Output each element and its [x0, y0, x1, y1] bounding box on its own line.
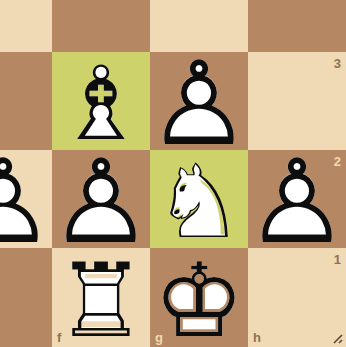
white-king-g1[interactable]: ♚ ♔ [150, 248, 248, 347]
square-g2[interactable]: ♞ ♘ [150, 150, 248, 248]
white-rook-outline: ♖ [52, 248, 150, 347]
square-h4[interactable] [248, 0, 346, 52]
white-pawn-outline: ♙ [52, 150, 150, 248]
rank-label-1: 1 [334, 252, 341, 267]
square-f1[interactable]: ♜ ♖ f [52, 248, 150, 347]
square-e2[interactable]: ♟ ♙ [0, 150, 52, 248]
square-h1[interactable]: 1 h [248, 248, 346, 347]
square-g3[interactable]: ♟ ♙ [150, 52, 248, 150]
white-pawn-h2[interactable]: ♟ ♙ [248, 150, 346, 248]
square-g1[interactable]: ♚ ♔ g [150, 248, 248, 347]
white-knight-g2[interactable]: ♞ ♘ [150, 150, 248, 248]
square-e1[interactable] [0, 248, 52, 347]
file-label-h: h [253, 330, 261, 345]
white-pawn-g3[interactable]: ♟ ♙ [150, 52, 248, 150]
white-rook-f1[interactable]: ♜ ♖ [52, 248, 150, 347]
white-pawn-f2[interactable]: ♟ ♙ [52, 150, 150, 248]
rank-label-3: 3 [334, 56, 341, 71]
white-king-outline: ♔ [150, 248, 248, 347]
chessboard: ♝ ♗ ♟ ♙ 3 ♟ ♙ ♟ ♙ [0, 0, 346, 347]
square-e4[interactable] [0, 0, 52, 52]
square-h2[interactable]: ♟ ♙ 2 [248, 150, 346, 248]
white-pawn-outline: ♙ [248, 150, 346, 248]
board-grid: ♝ ♗ ♟ ♙ 3 ♟ ♙ ♟ ♙ [0, 0, 346, 347]
white-pawn-e2[interactable]: ♟ ♙ [0, 150, 52, 248]
white-knight-outline: ♘ [150, 150, 248, 248]
square-f2[interactable]: ♟ ♙ [52, 150, 150, 248]
white-pawn-outline: ♙ [0, 150, 52, 248]
board-resize-handle-icon[interactable] [330, 331, 344, 345]
white-pawn-outline: ♙ [150, 52, 248, 150]
